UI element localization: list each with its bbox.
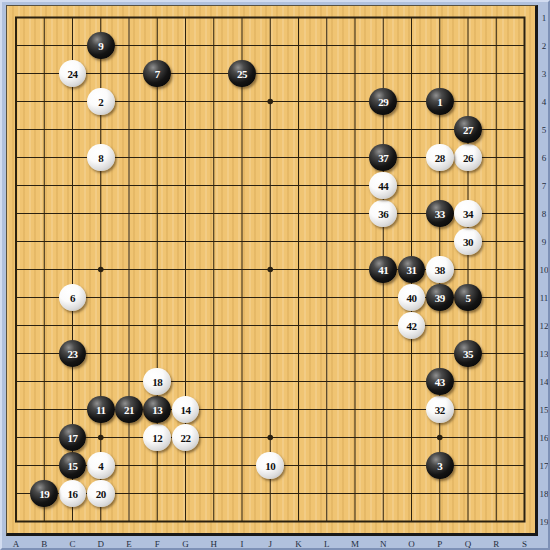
move-number-label: 23 bbox=[67, 348, 77, 359]
move-number-label: 21 bbox=[124, 404, 134, 415]
move-number-label: 3 bbox=[437, 460, 442, 471]
move-number-label: 18 bbox=[152, 376, 162, 387]
move-number-label: 5 bbox=[465, 292, 470, 303]
stone-white-P6[interactable]: 28 bbox=[426, 144, 454, 172]
stone-black-N6[interactable]: 37 bbox=[369, 144, 397, 172]
stone-black-I3[interactable]: 25 bbox=[228, 60, 256, 88]
stone-black-P4[interactable]: 1 bbox=[426, 88, 454, 116]
move-number-label: 22 bbox=[180, 432, 190, 443]
column-label-A: A bbox=[6, 538, 26, 550]
column-label-G: G bbox=[176, 538, 196, 550]
move-number-label: 38 bbox=[435, 264, 445, 275]
stone-black-D2[interactable]: 9 bbox=[87, 32, 115, 60]
row-label-19: 19 bbox=[536, 516, 550, 528]
move-number-label: 24 bbox=[67, 68, 77, 79]
row-label-8: 8 bbox=[536, 208, 550, 220]
move-number-label: 41 bbox=[378, 264, 388, 275]
row-label-15: 15 bbox=[536, 404, 550, 416]
column-label-H: H bbox=[204, 538, 224, 550]
column-label-D: D bbox=[91, 538, 111, 550]
stone-white-Q8[interactable]: 34 bbox=[454, 200, 482, 228]
stone-black-P8[interactable]: 33 bbox=[426, 200, 454, 228]
stone-black-F15[interactable]: 13 bbox=[143, 396, 171, 424]
stone-white-Q9[interactable]: 30 bbox=[454, 228, 482, 256]
move-number-label: 13 bbox=[152, 404, 162, 415]
row-label-5: 5 bbox=[536, 124, 550, 136]
stone-black-N4[interactable]: 29 bbox=[369, 88, 397, 116]
stone-white-D17[interactable]: 4 bbox=[87, 452, 115, 480]
column-label-B: B bbox=[34, 538, 54, 550]
row-label-2: 2 bbox=[536, 40, 550, 52]
move-number-label: 11 bbox=[96, 404, 105, 415]
stone-black-Q13[interactable]: 35 bbox=[454, 340, 482, 368]
move-number-label: 28 bbox=[435, 152, 445, 163]
stone-white-D18[interactable]: 20 bbox=[87, 480, 115, 508]
column-label-F: F bbox=[147, 538, 167, 550]
stone-white-D4[interactable]: 2 bbox=[87, 88, 115, 116]
row-label-12: 12 bbox=[536, 320, 550, 332]
move-number-label: 43 bbox=[435, 376, 445, 387]
column-label-Q: Q bbox=[458, 538, 478, 550]
stone-black-Q5[interactable]: 27 bbox=[454, 116, 482, 144]
move-number-label: 16 bbox=[67, 488, 77, 499]
row-label-10: 10 bbox=[536, 264, 550, 276]
row-label-14: 14 bbox=[536, 376, 550, 388]
column-label-R: R bbox=[486, 538, 506, 550]
row-label-1: 1 bbox=[536, 12, 550, 24]
row-label-16: 16 bbox=[536, 432, 550, 444]
column-label-C: C bbox=[63, 538, 83, 550]
move-number-label: 29 bbox=[378, 96, 388, 107]
move-number-label: 26 bbox=[463, 152, 473, 163]
move-number-label: 2 bbox=[98, 96, 103, 107]
stone-black-N10[interactable]: 41 bbox=[369, 256, 397, 284]
row-label-6: 6 bbox=[536, 152, 550, 164]
move-number-label: 32 bbox=[435, 404, 445, 415]
stone-white-N7[interactable]: 44 bbox=[369, 172, 397, 200]
move-number-label: 15 bbox=[67, 460, 77, 471]
stone-black-P17[interactable]: 3 bbox=[426, 452, 454, 480]
move-number-label: 12 bbox=[152, 432, 162, 443]
move-number-label: 34 bbox=[463, 208, 473, 219]
stone-white-J17[interactable]: 10 bbox=[256, 452, 284, 480]
stone-white-N8[interactable]: 36 bbox=[369, 200, 397, 228]
stone-white-P10[interactable]: 38 bbox=[426, 256, 454, 284]
move-number-label: 44 bbox=[378, 180, 388, 191]
stone-white-P15[interactable]: 32 bbox=[426, 396, 454, 424]
row-label-11: 11 bbox=[536, 292, 550, 304]
stone-black-E15[interactable]: 21 bbox=[115, 396, 143, 424]
move-number-label: 42 bbox=[406, 320, 416, 331]
column-label-K: K bbox=[289, 538, 309, 550]
move-number-label: 14 bbox=[180, 404, 190, 415]
column-label-P: P bbox=[430, 538, 450, 550]
column-label-E: E bbox=[119, 538, 139, 550]
row-label-3: 3 bbox=[536, 68, 550, 80]
stone-white-F14[interactable]: 18 bbox=[143, 368, 171, 396]
stone-black-P11[interactable]: 39 bbox=[426, 284, 454, 312]
stone-black-D15[interactable]: 11 bbox=[87, 396, 115, 424]
move-number-label: 7 bbox=[155, 68, 160, 79]
stone-white-F16[interactable]: 12 bbox=[143, 424, 171, 452]
move-number-label: 9 bbox=[98, 40, 103, 51]
row-label-7: 7 bbox=[536, 180, 550, 192]
column-label-L: L bbox=[317, 538, 337, 550]
goban-panel: 1234567891011121314151617181920212223242… bbox=[0, 0, 550, 550]
move-number-label: 31 bbox=[406, 264, 416, 275]
column-label-I: I bbox=[232, 538, 252, 550]
move-number-label: 19 bbox=[39, 488, 49, 499]
row-label-13: 13 bbox=[536, 348, 550, 360]
move-number-label: 40 bbox=[406, 292, 416, 303]
move-number-label: 37 bbox=[378, 152, 388, 163]
move-number-label: 10 bbox=[265, 460, 275, 471]
move-number-label: 39 bbox=[435, 292, 445, 303]
stone-white-D6[interactable]: 8 bbox=[87, 144, 115, 172]
move-number-label: 25 bbox=[237, 68, 247, 79]
row-label-9: 9 bbox=[536, 236, 550, 248]
move-number-label: 35 bbox=[463, 348, 473, 359]
column-label-N: N bbox=[373, 538, 393, 550]
move-number-label: 1 bbox=[437, 96, 442, 107]
move-number-label: 36 bbox=[378, 208, 388, 219]
move-number-label: 4 bbox=[98, 460, 103, 471]
move-number-label: 17 bbox=[67, 432, 77, 443]
stone-white-Q6[interactable]: 26 bbox=[454, 144, 482, 172]
stone-black-F3[interactable]: 7 bbox=[143, 60, 171, 88]
move-number-label: 33 bbox=[435, 208, 445, 219]
move-number-label: 6 bbox=[70, 292, 75, 303]
move-number-label: 8 bbox=[98, 152, 103, 163]
column-label-M: M bbox=[345, 538, 365, 550]
column-label-O: O bbox=[402, 538, 422, 550]
column-label-S: S bbox=[515, 538, 535, 550]
stone-black-B18[interactable]: 19 bbox=[30, 480, 58, 508]
row-label-4: 4 bbox=[536, 96, 550, 108]
stone-black-Q11[interactable]: 5 bbox=[454, 284, 482, 312]
move-number-label: 30 bbox=[463, 236, 473, 247]
stone-black-P14[interactable]: 43 bbox=[426, 368, 454, 396]
move-number-label: 27 bbox=[463, 124, 473, 135]
row-label-17: 17 bbox=[536, 460, 550, 472]
move-number-label: 20 bbox=[96, 488, 106, 499]
column-label-J: J bbox=[260, 538, 280, 550]
row-label-18: 18 bbox=[536, 488, 550, 500]
